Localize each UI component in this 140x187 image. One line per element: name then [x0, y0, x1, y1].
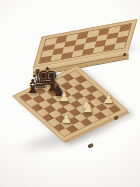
board-hinge-icon [88, 143, 94, 148]
box-square [114, 42, 126, 50]
box-clasp-icon [36, 69, 40, 74]
box-hinge-icon [123, 53, 126, 57]
product-photo-chess-set: { "game": "chess", "scene": { "descripti… [0, 0, 140, 187]
